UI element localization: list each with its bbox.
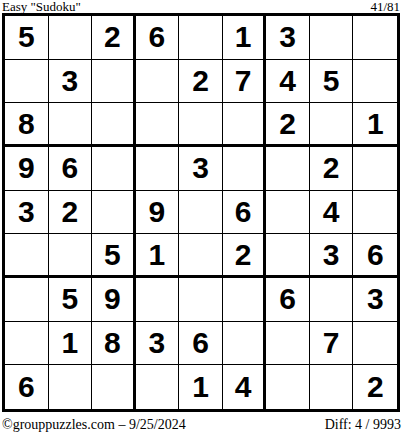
cell-r9c7-empty[interactable] (266, 365, 310, 409)
cell-r7c8-empty[interactable] (310, 278, 354, 322)
cell-r4c3-empty[interactable] (92, 147, 136, 191)
cell-r6c5-empty[interactable] (179, 234, 223, 278)
cell-r8c7-empty[interactable] (266, 322, 310, 366)
cell-r2c2-given[interactable]: 3 (49, 60, 93, 104)
cell-r5c9-empty[interactable] (353, 191, 397, 235)
puzzle-title: Easy "Sudoku" (2, 0, 81, 13)
sudoku-page: Easy "Sudoku" 41/81 52613327458219632329… (0, 0, 402, 437)
cell-r6c2-empty[interactable] (49, 234, 93, 278)
cell-r4c8-given[interactable]: 2 (310, 147, 354, 191)
cell-r6c6-given[interactable]: 2 (223, 234, 267, 278)
cell-r1c9-empty[interactable] (353, 16, 397, 60)
cell-r9c3-empty[interactable] (92, 365, 136, 409)
cell-r4c5-given[interactable]: 3 (179, 147, 223, 191)
cell-r7c1-empty[interactable] (5, 278, 49, 322)
difficulty-text: Diff: 4 / 9993 (325, 418, 401, 432)
cell-r3c2-empty[interactable] (49, 103, 93, 147)
cell-r5c4-given[interactable]: 9 (136, 191, 180, 235)
cell-r8c9-empty[interactable] (353, 322, 397, 366)
cell-r9c4-empty[interactable] (136, 365, 180, 409)
cell-r9c2-empty[interactable] (49, 365, 93, 409)
cell-r1c3-given[interactable]: 2 (92, 16, 136, 60)
cell-r7c3-given[interactable]: 9 (92, 278, 136, 322)
cell-r9c6-given[interactable]: 4 (223, 365, 267, 409)
cell-r6c4-given[interactable]: 1 (136, 234, 180, 278)
cell-r9c9-given[interactable]: 2 (353, 365, 397, 409)
cell-r6c9-given[interactable]: 6 (353, 234, 397, 278)
cell-r2c5-given[interactable]: 2 (179, 60, 223, 104)
cell-r4c1-given[interactable]: 9 (5, 147, 49, 191)
cell-r4c6-empty[interactable] (223, 147, 267, 191)
cell-r8c5-given[interactable]: 6 (179, 322, 223, 366)
cell-r5c1-given[interactable]: 3 (5, 191, 49, 235)
cell-r5c2-given[interactable]: 2 (49, 191, 93, 235)
cell-r7c2-given[interactable]: 5 (49, 278, 93, 322)
cell-r4c2-given[interactable]: 6 (49, 147, 93, 191)
cell-r2c6-given[interactable]: 7 (223, 60, 267, 104)
sudoku-board: 5261332745821963232964512365963183676142 (2, 13, 400, 412)
cell-r3c4-empty[interactable] (136, 103, 180, 147)
cell-r1c8-empty[interactable] (310, 16, 354, 60)
cell-r7c5-empty[interactable] (179, 278, 223, 322)
cell-r3c7-given[interactable]: 2 (266, 103, 310, 147)
cell-r7c9-given[interactable]: 3 (353, 278, 397, 322)
cell-r8c8-given[interactable]: 7 (310, 322, 354, 366)
cell-r2c1-empty[interactable] (5, 60, 49, 104)
cell-r3c8-empty[interactable] (310, 103, 354, 147)
cell-r2c4-empty[interactable] (136, 60, 180, 104)
cell-r6c7-empty[interactable] (266, 234, 310, 278)
cell-r3c3-empty[interactable] (92, 103, 136, 147)
cell-r8c1-empty[interactable] (5, 322, 49, 366)
cell-r8c3-given[interactable]: 8 (92, 322, 136, 366)
cell-r6c3-given[interactable]: 5 (92, 234, 136, 278)
cell-r9c5-given[interactable]: 1 (179, 365, 223, 409)
cell-r2c9-empty[interactable] (353, 60, 397, 104)
cell-r2c7-given[interactable]: 4 (266, 60, 310, 104)
cell-r1c7-given[interactable]: 3 (266, 16, 310, 60)
cell-r9c1-given[interactable]: 6 (5, 365, 49, 409)
copyright-text: ©grouppuzzles.com – 9/25/2024 (2, 418, 186, 432)
cell-counter: 41/81 (370, 0, 400, 13)
cell-r1c5-empty[interactable] (179, 16, 223, 60)
cell-r8c6-empty[interactable] (223, 322, 267, 366)
cell-r1c6-given[interactable]: 1 (223, 16, 267, 60)
cell-r8c2-given[interactable]: 1 (49, 322, 93, 366)
cell-r2c3-empty[interactable] (92, 60, 136, 104)
cell-r5c6-given[interactable]: 6 (223, 191, 267, 235)
cell-r3c9-given[interactable]: 1 (353, 103, 397, 147)
cell-r3c5-empty[interactable] (179, 103, 223, 147)
cell-r1c1-given[interactable]: 5 (5, 16, 49, 60)
cell-r7c6-empty[interactable] (223, 278, 267, 322)
cell-r3c6-empty[interactable] (223, 103, 267, 147)
cell-r9c8-empty[interactable] (310, 365, 354, 409)
cell-r1c2-empty[interactable] (49, 16, 93, 60)
cell-r6c1-empty[interactable] (5, 234, 49, 278)
cell-r5c5-empty[interactable] (179, 191, 223, 235)
cell-r4c9-empty[interactable] (353, 147, 397, 191)
cell-r5c7-empty[interactable] (266, 191, 310, 235)
cell-r7c7-given[interactable]: 6 (266, 278, 310, 322)
cell-r6c8-given[interactable]: 3 (310, 234, 354, 278)
cell-r1c4-given[interactable]: 6 (136, 16, 180, 60)
cell-r4c4-empty[interactable] (136, 147, 180, 191)
cell-r2c8-given[interactable]: 5 (310, 60, 354, 104)
cell-r7c4-empty[interactable] (136, 278, 180, 322)
cell-r4c7-empty[interactable] (266, 147, 310, 191)
cell-r3c1-given[interactable]: 8 (5, 103, 49, 147)
cell-r8c4-given[interactable]: 3 (136, 322, 180, 366)
cell-r5c8-given[interactable]: 4 (310, 191, 354, 235)
cell-r5c3-empty[interactable] (92, 191, 136, 235)
